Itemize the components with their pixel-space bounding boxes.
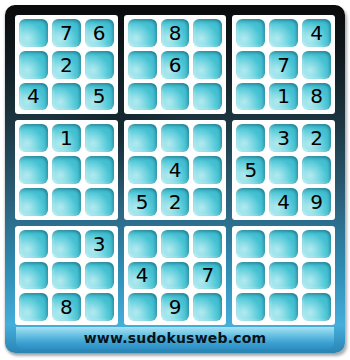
cell-r9c4[interactable] — [128, 293, 157, 321]
cell-r1c2[interactable]: 7 — [52, 19, 81, 47]
cell-r6c5[interactable]: 2 — [161, 188, 190, 216]
cell-r1c1[interactable] — [19, 19, 48, 47]
cell-r6c3[interactable] — [85, 188, 114, 216]
cell-r3c6[interactable] — [193, 83, 222, 111]
cell-r8c5[interactable] — [161, 262, 190, 290]
block-r3c1: 38 — [15, 226, 118, 325]
cell-r7c7[interactable] — [236, 230, 265, 258]
cell-r3c8[interactable]: 1 — [269, 83, 298, 111]
block-r1c1: 76245 — [15, 15, 118, 114]
cell-r8c8[interactable] — [269, 262, 298, 290]
cell-r2c9[interactable] — [302, 51, 331, 79]
block-r1c2: 86 — [124, 15, 227, 114]
cell-r4c1[interactable] — [19, 124, 48, 152]
cell-r8c1[interactable] — [19, 262, 48, 290]
cell-r2c4[interactable] — [128, 51, 157, 79]
cell-r6c9[interactable]: 9 — [302, 188, 331, 216]
cell-r1c8[interactable] — [269, 19, 298, 47]
cell-r3c9[interactable]: 8 — [302, 83, 331, 111]
block-r3c3 — [232, 226, 335, 325]
sudoku-board: 7624586471814523254938479 — [15, 15, 335, 325]
cell-r2c5[interactable]: 6 — [161, 51, 190, 79]
cell-r3c4[interactable] — [128, 83, 157, 111]
cell-r9c7[interactable] — [236, 293, 265, 321]
cell-r3c7[interactable] — [236, 83, 265, 111]
cell-r1c4[interactable] — [128, 19, 157, 47]
cell-r1c9[interactable]: 4 — [302, 19, 331, 47]
cell-r3c3[interactable]: 5 — [85, 83, 114, 111]
block-r2c1: 1 — [15, 120, 118, 219]
cell-r1c6[interactable] — [193, 19, 222, 47]
cell-r7c9[interactable] — [302, 230, 331, 258]
cell-r8c9[interactable] — [302, 262, 331, 290]
cell-r2c8[interactable]: 7 — [269, 51, 298, 79]
block-r2c3: 32549 — [232, 120, 335, 219]
cell-r6c2[interactable] — [52, 188, 81, 216]
cell-r4c9[interactable]: 2 — [302, 124, 331, 152]
cell-r6c7[interactable] — [236, 188, 265, 216]
cell-r4c5[interactable] — [161, 124, 190, 152]
cell-r5c7[interactable]: 5 — [236, 156, 265, 184]
cell-r3c1[interactable]: 4 — [19, 83, 48, 111]
cell-r9c1[interactable] — [19, 293, 48, 321]
cell-r9c2[interactable]: 8 — [52, 293, 81, 321]
cell-r2c6[interactable] — [193, 51, 222, 79]
cell-r3c5[interactable] — [161, 83, 190, 111]
cell-r8c3[interactable] — [85, 262, 114, 290]
cell-r5c8[interactable] — [269, 156, 298, 184]
cell-r1c3[interactable]: 6 — [85, 19, 114, 47]
cell-r2c1[interactable] — [19, 51, 48, 79]
cell-r8c4[interactable]: 4 — [128, 262, 157, 290]
cell-r4c3[interactable] — [85, 124, 114, 152]
cell-r7c8[interactable] — [269, 230, 298, 258]
cell-r9c3[interactable] — [85, 293, 114, 321]
cell-r9c8[interactable] — [269, 293, 298, 321]
cell-r4c7[interactable] — [236, 124, 265, 152]
cell-r9c5[interactable]: 9 — [161, 293, 190, 321]
cell-r8c2[interactable] — [52, 262, 81, 290]
cell-r6c1[interactable] — [19, 188, 48, 216]
block-r2c2: 452 — [124, 120, 227, 219]
sudoku-board-frame: 7624586471814523254938479 www.sudokusweb… — [5, 5, 345, 353]
cell-r3c2[interactable] — [52, 83, 81, 111]
website-url: www.sudokusweb.com — [84, 330, 267, 346]
cell-r7c5[interactable] — [161, 230, 190, 258]
block-r3c2: 479 — [124, 226, 227, 325]
cell-r2c3[interactable] — [85, 51, 114, 79]
page: 7624586471814523254938479 www.sudokusweb… — [0, 0, 350, 360]
cell-r1c5[interactable]: 8 — [161, 19, 190, 47]
cell-r9c6[interactable] — [193, 293, 222, 321]
cell-r2c7[interactable] — [236, 51, 265, 79]
cell-r8c6[interactable]: 7 — [193, 262, 222, 290]
cell-r4c4[interactable] — [128, 124, 157, 152]
cell-r6c8[interactable]: 4 — [269, 188, 298, 216]
cell-r4c8[interactable]: 3 — [269, 124, 298, 152]
cell-r7c4[interactable] — [128, 230, 157, 258]
cell-r5c5[interactable]: 4 — [161, 156, 190, 184]
block-r1c3: 4718 — [232, 15, 335, 114]
cell-r2c2[interactable]: 2 — [52, 51, 81, 79]
cell-r8c7[interactable] — [236, 262, 265, 290]
cell-r7c1[interactable] — [19, 230, 48, 258]
cell-r5c1[interactable] — [19, 156, 48, 184]
cell-r7c6[interactable] — [193, 230, 222, 258]
cell-r1c7[interactable] — [236, 19, 265, 47]
cell-r7c2[interactable] — [52, 230, 81, 258]
cell-r4c2[interactable]: 1 — [52, 124, 81, 152]
cell-r5c9[interactable] — [302, 156, 331, 184]
cell-r6c6[interactable] — [193, 188, 222, 216]
cell-r7c3[interactable]: 3 — [85, 230, 114, 258]
cell-r5c2[interactable] — [52, 156, 81, 184]
footer-bar: www.sudokusweb.com — [16, 327, 334, 349]
cell-r5c3[interactable] — [85, 156, 114, 184]
cell-r4c6[interactable] — [193, 124, 222, 152]
cell-r6c4[interactable]: 5 — [128, 188, 157, 216]
cell-r5c4[interactable] — [128, 156, 157, 184]
cell-r9c9[interactable] — [302, 293, 331, 321]
cell-r5c6[interactable] — [193, 156, 222, 184]
